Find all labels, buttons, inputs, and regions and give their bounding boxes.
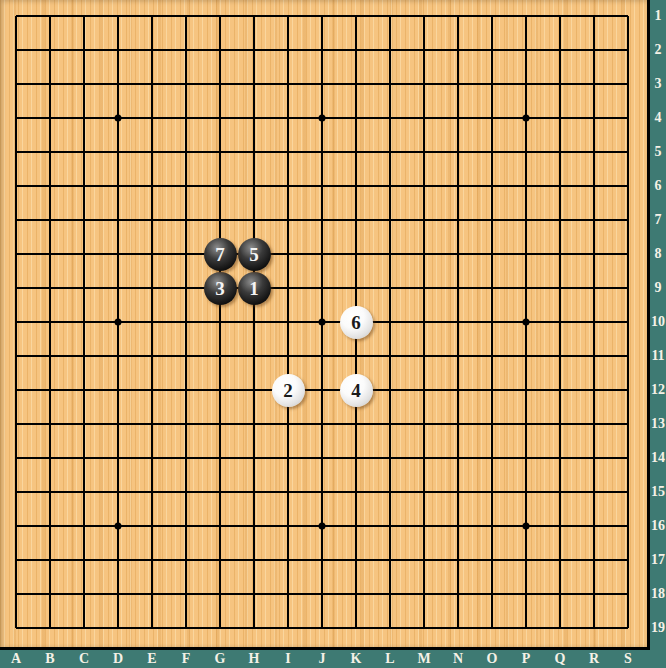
stone-black-5: 5: [238, 238, 271, 271]
row-label: 6: [650, 169, 666, 203]
row-label: 2: [650, 33, 666, 67]
row-label: 8: [650, 237, 666, 271]
row-label: 1: [650, 0, 666, 33]
row-label: 14: [650, 441, 666, 475]
column-label: O: [475, 650, 509, 668]
column-label: S: [611, 650, 645, 668]
stone-black-1: 1: [238, 272, 271, 305]
column-label: E: [135, 650, 169, 668]
column-label: F: [169, 650, 203, 668]
stone-white-2: 2: [272, 374, 305, 407]
column-label: N: [441, 650, 475, 668]
row-label: 15: [650, 475, 666, 509]
row-label: 19: [650, 611, 666, 645]
stone-black-3: 3: [204, 272, 237, 305]
column-label: J: [305, 650, 339, 668]
row-label: 4: [650, 101, 666, 135]
move-number: 2: [283, 381, 293, 400]
move-number: 1: [249, 279, 259, 298]
column-label: L: [373, 650, 407, 668]
column-label: M: [407, 650, 441, 668]
move-number: 3: [215, 279, 225, 298]
column-coordinates: ABCDEFGHIJKLMNOPQRS: [0, 650, 645, 668]
move-number: 4: [351, 381, 361, 400]
column-label: G: [203, 650, 237, 668]
stone-white-6: 6: [340, 306, 373, 339]
go-diagram-page: 1234567 12345678910111213141516171819 AB…: [0, 0, 666, 668]
row-label: 16: [650, 509, 666, 543]
stone-white-4: 4: [340, 374, 373, 407]
column-label: D: [101, 650, 135, 668]
row-label: 3: [650, 67, 666, 101]
column-label: H: [237, 650, 271, 668]
row-label: 13: [650, 407, 666, 441]
move-number: 5: [249, 245, 259, 264]
column-label: I: [271, 650, 305, 668]
stone-black-7: 7: [204, 238, 237, 271]
row-coordinates: 12345678910111213141516171819: [650, 0, 666, 645]
move-number: 6: [351, 313, 361, 332]
column-label: R: [577, 650, 611, 668]
column-label: B: [33, 650, 67, 668]
column-label: C: [67, 650, 101, 668]
column-label: P: [509, 650, 543, 668]
row-label: 11: [650, 339, 666, 373]
move-number: 7: [215, 245, 225, 264]
column-label: Q: [543, 650, 577, 668]
go-board[interactable]: 1234567: [0, 0, 650, 650]
row-label: 5: [650, 135, 666, 169]
stone-layer: 1234567: [0, 0, 645, 645]
row-label: 10: [650, 305, 666, 339]
row-label: 7: [650, 203, 666, 237]
row-label: 12: [650, 373, 666, 407]
column-label: K: [339, 650, 373, 668]
row-label: 17: [650, 543, 666, 577]
row-label: 9: [650, 271, 666, 305]
row-label: 18: [650, 577, 666, 611]
column-label: A: [0, 650, 33, 668]
